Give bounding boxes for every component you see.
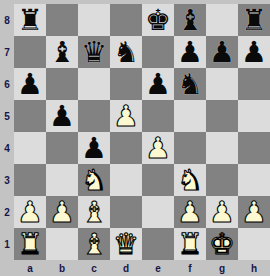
white-pawn: ♟ <box>177 196 203 228</box>
square-h5[interactable] <box>238 100 270 132</box>
square-g5[interactable] <box>206 100 238 132</box>
square-b2[interactable]: ♟ <box>46 196 78 228</box>
white-queen: ♛ <box>113 228 139 260</box>
square-c6[interactable] <box>78 68 110 100</box>
square-e4[interactable]: ♟ <box>142 132 174 164</box>
square-d4[interactable] <box>110 132 142 164</box>
square-e5[interactable] <box>142 100 174 132</box>
square-d5[interactable]: ♟ <box>110 100 142 132</box>
file-label-h: h <box>238 260 270 276</box>
black-bishop: ♝ <box>49 36 75 68</box>
square-f8[interactable]: ♝ <box>174 4 206 36</box>
square-d6[interactable] <box>110 68 142 100</box>
square-g3[interactable] <box>206 164 238 196</box>
black-pawn: ♟ <box>209 36 235 68</box>
black-rook: ♜ <box>241 4 267 36</box>
black-pawn: ♟ <box>241 36 267 68</box>
square-h6[interactable] <box>238 68 270 100</box>
black-queen: ♛ <box>81 36 107 68</box>
square-b3[interactable] <box>46 164 78 196</box>
black-knight: ♞ <box>113 36 139 68</box>
file-label-f: f <box>174 260 206 276</box>
black-pawn: ♟ <box>81 132 107 164</box>
square-a3[interactable] <box>14 164 46 196</box>
white-pawn: ♟ <box>241 196 267 228</box>
square-c1[interactable]: ♝ <box>78 228 110 260</box>
square-f6[interactable]: ♞ <box>174 68 206 100</box>
chess-diagram: 87654321 ♜♚♝♜♝♛♞♟♟♟♟♟♞♟♟♟♟♞♞♟♟♝♟♟♟♜♝♛♜♚ … <box>0 0 270 276</box>
square-d3[interactable] <box>110 164 142 196</box>
square-a6[interactable]: ♟ <box>14 68 46 100</box>
square-h4[interactable] <box>238 132 270 164</box>
file-labels: abcdefgh <box>14 260 270 276</box>
square-e7[interactable] <box>142 36 174 68</box>
rank-label-3: 3 <box>0 164 14 196</box>
white-pawn: ♟ <box>17 196 43 228</box>
square-g2[interactable]: ♟ <box>206 196 238 228</box>
chess-board: ♜♚♝♜♝♛♞♟♟♟♟♟♞♟♟♟♟♞♞♟♟♝♟♟♟♜♝♛♜♚ <box>14 4 270 260</box>
square-b6[interactable] <box>46 68 78 100</box>
square-f2[interactable]: ♟ <box>174 196 206 228</box>
square-e1[interactable] <box>142 228 174 260</box>
square-e6[interactable]: ♟ <box>142 68 174 100</box>
rank-labels: 87654321 <box>0 4 14 260</box>
black-pawn: ♟ <box>49 100 75 132</box>
square-e8[interactable]: ♚ <box>142 4 174 36</box>
square-f5[interactable] <box>174 100 206 132</box>
square-c4[interactable]: ♟ <box>78 132 110 164</box>
black-king: ♚ <box>145 4 171 36</box>
square-f7[interactable]: ♟ <box>174 36 206 68</box>
square-d1[interactable]: ♛ <box>110 228 142 260</box>
black-knight: ♞ <box>177 68 203 100</box>
rank-label-2: 2 <box>0 196 14 228</box>
white-bishop: ♝ <box>81 196 107 228</box>
square-f4[interactable] <box>174 132 206 164</box>
rank-label-8: 8 <box>0 4 14 36</box>
square-a7[interactable] <box>14 36 46 68</box>
square-a1[interactable]: ♜ <box>14 228 46 260</box>
file-label-e: e <box>142 260 174 276</box>
square-b1[interactable] <box>46 228 78 260</box>
square-a4[interactable] <box>14 132 46 164</box>
square-g8[interactable] <box>206 4 238 36</box>
file-label-a: a <box>14 260 46 276</box>
square-e2[interactable] <box>142 196 174 228</box>
square-e3[interactable] <box>142 164 174 196</box>
square-b7[interactable]: ♝ <box>46 36 78 68</box>
rank-label-7: 7 <box>0 36 14 68</box>
white-bishop: ♝ <box>81 228 107 260</box>
square-g6[interactable] <box>206 68 238 100</box>
white-pawn: ♟ <box>49 196 75 228</box>
white-rook: ♜ <box>17 228 43 260</box>
square-b4[interactable] <box>46 132 78 164</box>
black-rook: ♜ <box>17 4 43 36</box>
black-pawn: ♟ <box>177 36 203 68</box>
white-rook: ♜ <box>177 228 203 260</box>
black-bishop: ♝ <box>177 4 203 36</box>
file-label-c: c <box>78 260 110 276</box>
rank-label-5: 5 <box>0 100 14 132</box>
white-pawn: ♟ <box>113 100 139 132</box>
white-knight: ♞ <box>177 164 203 196</box>
rank-label-4: 4 <box>0 132 14 164</box>
square-h2[interactable]: ♟ <box>238 196 270 228</box>
square-c7[interactable]: ♛ <box>78 36 110 68</box>
square-c3[interactable]: ♞ <box>78 164 110 196</box>
square-h3[interactable] <box>238 164 270 196</box>
square-h7[interactable]: ♟ <box>238 36 270 68</box>
file-label-d: d <box>110 260 142 276</box>
square-b5[interactable]: ♟ <box>46 100 78 132</box>
square-a8[interactable]: ♜ <box>14 4 46 36</box>
square-c5[interactable] <box>78 100 110 132</box>
white-king: ♚ <box>209 228 235 260</box>
square-h8[interactable]: ♜ <box>238 4 270 36</box>
square-c2[interactable]: ♝ <box>78 196 110 228</box>
rank-label-6: 6 <box>0 68 14 100</box>
black-pawn: ♟ <box>17 68 43 100</box>
square-g7[interactable]: ♟ <box>206 36 238 68</box>
square-b8[interactable] <box>46 4 78 36</box>
square-a2[interactable]: ♟ <box>14 196 46 228</box>
file-label-g: g <box>206 260 238 276</box>
square-f3[interactable]: ♞ <box>174 164 206 196</box>
rank-label-1: 1 <box>0 228 14 260</box>
file-label-b: b <box>46 260 78 276</box>
square-h1[interactable] <box>238 228 270 260</box>
black-pawn: ♟ <box>145 68 171 100</box>
square-d7[interactable]: ♞ <box>110 36 142 68</box>
white-pawn: ♟ <box>209 196 235 228</box>
square-c8[interactable] <box>78 4 110 36</box>
square-g4[interactable] <box>206 132 238 164</box>
square-d2[interactable] <box>110 196 142 228</box>
square-a5[interactable] <box>14 100 46 132</box>
square-g1[interactable]: ♚ <box>206 228 238 260</box>
white-pawn: ♟ <box>145 132 171 164</box>
white-knight: ♞ <box>81 164 107 196</box>
square-f1[interactable]: ♜ <box>174 228 206 260</box>
square-d8[interactable] <box>110 4 142 36</box>
